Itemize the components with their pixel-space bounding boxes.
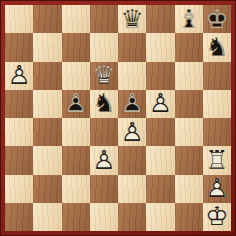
- white-pawn[interactable]: ♟♙: [203, 175, 231, 203]
- white-pawn-outline: ♙: [146, 90, 174, 118]
- square-a4[interactable]: [5, 118, 33, 146]
- square-c3[interactable]: [62, 146, 90, 174]
- square-c2[interactable]: [62, 175, 90, 203]
- square-d3[interactable]: ♟♙: [90, 146, 118, 174]
- square-c7[interactable]: [62, 33, 90, 61]
- square-d5[interactable]: ♞♘: [90, 90, 118, 118]
- square-c1[interactable]: [62, 203, 90, 231]
- black-bishop-outline: ♗: [175, 5, 203, 33]
- square-a1[interactable]: [5, 203, 33, 231]
- square-a8[interactable]: [5, 5, 33, 33]
- black-knight[interactable]: ♞♘: [203, 33, 231, 61]
- white-rook-outline: ♖: [203, 146, 231, 174]
- black-knight-outline: ♘: [90, 90, 118, 118]
- square-g1[interactable]: [175, 203, 203, 231]
- black-king[interactable]: ♚♔: [203, 5, 231, 33]
- square-h4[interactable]: [203, 118, 231, 146]
- square-b7[interactable]: [33, 33, 61, 61]
- square-f2[interactable]: [146, 175, 174, 203]
- square-g6[interactable]: [175, 62, 203, 90]
- square-c6[interactable]: [62, 62, 90, 90]
- square-d2[interactable]: [90, 175, 118, 203]
- square-h7[interactable]: ♞♘: [203, 33, 231, 61]
- square-e5[interactable]: ♟♙: [118, 90, 146, 118]
- square-e3[interactable]: [118, 146, 146, 174]
- square-f4[interactable]: [146, 118, 174, 146]
- black-queen[interactable]: ♛♕: [118, 5, 146, 33]
- square-a2[interactable]: [5, 175, 33, 203]
- square-d7[interactable]: [90, 33, 118, 61]
- square-e4[interactable]: ♟♙: [118, 118, 146, 146]
- square-h3[interactable]: ♜♖: [203, 146, 231, 174]
- white-pawn[interactable]: ♟♙: [90, 146, 118, 174]
- square-e2[interactable]: [118, 175, 146, 203]
- square-h2[interactable]: ♟♙: [203, 175, 231, 203]
- square-c8[interactable]: [62, 5, 90, 33]
- square-g7[interactable]: [175, 33, 203, 61]
- square-h8[interactable]: ♚♔: [203, 5, 231, 33]
- square-b5[interactable]: [33, 90, 61, 118]
- square-b8[interactable]: [33, 5, 61, 33]
- white-pawn[interactable]: ♟♙: [118, 118, 146, 146]
- chess-board: ♛♕♝♗♚♔♞♘♟♙♛♕♟♙♞♘♟♙♟♙♟♙♟♙♜♖♟♙♚♔: [5, 5, 231, 231]
- white-pawn[interactable]: ♟♙: [5, 62, 33, 90]
- black-pawn-outline: ♙: [62, 90, 90, 118]
- black-bishop[interactable]: ♝♗: [175, 5, 203, 33]
- black-queen-outline: ♕: [118, 5, 146, 33]
- square-h1[interactable]: ♚♔: [203, 203, 231, 231]
- square-f6[interactable]: [146, 62, 174, 90]
- white-queen[interactable]: ♛♕: [90, 62, 118, 90]
- square-h6[interactable]: [203, 62, 231, 90]
- square-g8[interactable]: ♝♗: [175, 5, 203, 33]
- black-pawn-outline: ♙: [118, 90, 146, 118]
- square-d1[interactable]: [90, 203, 118, 231]
- square-a5[interactable]: [5, 90, 33, 118]
- square-f3[interactable]: [146, 146, 174, 174]
- square-e1[interactable]: [118, 203, 146, 231]
- square-f7[interactable]: [146, 33, 174, 61]
- square-e7[interactable]: [118, 33, 146, 61]
- white-pawn-outline: ♙: [118, 118, 146, 146]
- square-f5[interactable]: ♟♙: [146, 90, 174, 118]
- square-h5[interactable]: [203, 90, 231, 118]
- square-a6[interactable]: ♟♙: [5, 62, 33, 90]
- square-f8[interactable]: [146, 5, 174, 33]
- black-pawn[interactable]: ♟♙: [118, 90, 146, 118]
- square-e8[interactable]: ♛♕: [118, 5, 146, 33]
- square-a3[interactable]: [5, 146, 33, 174]
- square-f1[interactable]: [146, 203, 174, 231]
- white-pawn-outline: ♙: [203, 175, 231, 203]
- square-g3[interactable]: [175, 146, 203, 174]
- white-pawn[interactable]: ♟♙: [146, 90, 174, 118]
- square-d6[interactable]: ♛♕: [90, 62, 118, 90]
- square-b4[interactable]: [33, 118, 61, 146]
- square-b1[interactable]: [33, 203, 61, 231]
- square-c5[interactable]: ♟♙: [62, 90, 90, 118]
- square-d8[interactable]: [90, 5, 118, 33]
- square-g4[interactable]: [175, 118, 203, 146]
- white-king[interactable]: ♚♔: [203, 203, 231, 231]
- black-pawn[interactable]: ♟♙: [62, 90, 90, 118]
- black-knight[interactable]: ♞♘: [90, 90, 118, 118]
- black-king-outline: ♔: [203, 5, 231, 33]
- square-a7[interactable]: [5, 33, 33, 61]
- square-g2[interactable]: [175, 175, 203, 203]
- board-frame: ♛♕♝♗♚♔♞♘♟♙♛♕♟♙♞♘♟♙♟♙♟♙♟♙♜♖♟♙♚♔: [0, 0, 236, 236]
- square-b6[interactable]: [33, 62, 61, 90]
- white-pawn-outline: ♙: [90, 146, 118, 174]
- white-queen-outline: ♕: [90, 62, 118, 90]
- square-g5[interactable]: [175, 90, 203, 118]
- white-rook[interactable]: ♜♖: [203, 146, 231, 174]
- square-b3[interactable]: [33, 146, 61, 174]
- square-b2[interactable]: [33, 175, 61, 203]
- black-knight-outline: ♘: [203, 33, 231, 61]
- square-e6[interactable]: [118, 62, 146, 90]
- white-pawn-outline: ♙: [5, 62, 33, 90]
- square-c4[interactable]: [62, 118, 90, 146]
- square-d4[interactable]: [90, 118, 118, 146]
- white-king-outline: ♔: [203, 203, 231, 231]
